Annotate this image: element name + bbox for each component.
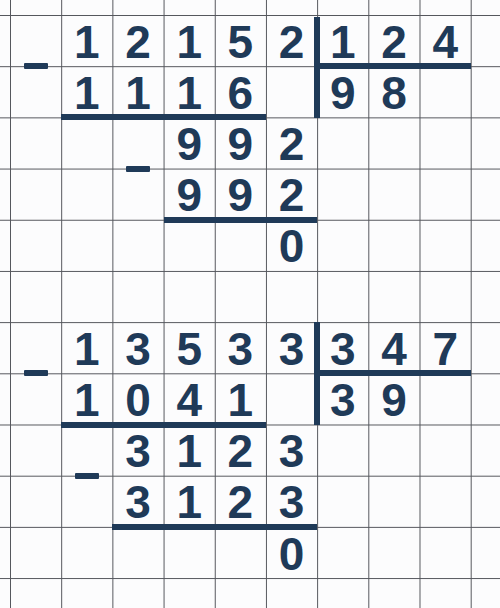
grid-digit: 1 bbox=[112, 66, 163, 117]
grid-digit: 1 bbox=[61, 15, 112, 66]
grid-digit: 9 bbox=[368, 373, 419, 424]
grid-digit: 2 bbox=[266, 117, 317, 168]
grid-digit: 6 bbox=[215, 66, 266, 117]
grid-digit: 0 bbox=[266, 527, 317, 578]
grid-digit: 2 bbox=[266, 15, 317, 66]
grid-digit: 4 bbox=[164, 373, 215, 424]
grid-digit: 1 bbox=[61, 66, 112, 117]
grid-digit: 5 bbox=[215, 15, 266, 66]
grid-digit: 9 bbox=[215, 169, 266, 220]
grid-digit: 3 bbox=[112, 322, 163, 373]
grid-digit: 4 bbox=[368, 322, 419, 373]
grid-digit: 3 bbox=[266, 476, 317, 527]
grid-digit: 3 bbox=[112, 425, 163, 476]
grid-digit: 5 bbox=[164, 322, 215, 373]
p2-step2-underline bbox=[112, 524, 317, 530]
minus-sign bbox=[126, 166, 150, 172]
grid-digit: 7 bbox=[420, 322, 471, 373]
grid-digit: 3 bbox=[317, 373, 368, 424]
grid-digit: 0 bbox=[112, 373, 163, 424]
squared-paper-worksheet: 1215212411169899299201353334710413931233… bbox=[0, 0, 500, 608]
grid-digit: 2 bbox=[112, 15, 163, 66]
grid-digit: 1 bbox=[61, 322, 112, 373]
grid-digit: 1 bbox=[215, 373, 266, 424]
grid-digit: 1 bbox=[164, 425, 215, 476]
grid-digit: 1 bbox=[317, 15, 368, 66]
grid-digit: 9 bbox=[317, 66, 368, 117]
p1-step2-underline bbox=[164, 217, 318, 223]
grid-digit: 4 bbox=[420, 15, 471, 66]
grid-digit: 8 bbox=[368, 66, 419, 117]
grid-digit: 3 bbox=[112, 476, 163, 527]
grid-digit: 9 bbox=[164, 117, 215, 168]
grid-digit: 3 bbox=[266, 425, 317, 476]
minus-sign bbox=[75, 473, 99, 479]
grid-digit: 3 bbox=[215, 322, 266, 373]
grid-digit: 2 bbox=[215, 425, 266, 476]
p1-divisor-underline bbox=[314, 63, 471, 69]
grid-digit: 1 bbox=[164, 15, 215, 66]
grid-digit: 9 bbox=[164, 169, 215, 220]
grid-digit: 2 bbox=[368, 15, 419, 66]
grid-digit: 1 bbox=[164, 66, 215, 117]
minus-sign bbox=[24, 370, 48, 376]
p1-step1-underline bbox=[61, 114, 266, 120]
grid-digit: 1 bbox=[61, 373, 112, 424]
grid-digit: 2 bbox=[266, 169, 317, 220]
grid-digit: 3 bbox=[266, 322, 317, 373]
grid-digit: 2 bbox=[215, 476, 266, 527]
grid-digit: 0 bbox=[266, 220, 317, 271]
minus-sign bbox=[24, 63, 48, 69]
grid-digit: 3 bbox=[317, 322, 368, 373]
grid-digit: 1 bbox=[164, 476, 215, 527]
p2-divisor-underline bbox=[314, 370, 471, 376]
grid-digit: 9 bbox=[215, 117, 266, 168]
p2-step1-underline bbox=[61, 422, 266, 428]
